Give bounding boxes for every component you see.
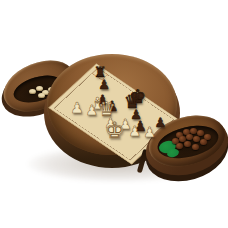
captured-white-piece[interactable] (38, 93, 45, 98)
captured-white-piece[interactable] (29, 89, 36, 94)
white-pawn[interactable]: ♟ (129, 123, 142, 137)
black-pawn[interactable]: ♟ (98, 77, 110, 90)
white-pawn[interactable]: ♟ (86, 103, 99, 117)
white-king[interactable]: ♚ (105, 120, 125, 142)
travel-chess-set-photo: ♜♚♟♛♟♟♟♟♟♟♝♛♟♟♟♟♟♚ (0, 0, 228, 228)
captured-black-piece[interactable] (186, 134, 193, 140)
captured-black-piece[interactable] (190, 128, 197, 134)
captured-black-piece[interactable] (197, 130, 204, 136)
captured-black-piece[interactable] (192, 144, 199, 150)
captured-black-piece[interactable] (200, 139, 207, 145)
captured-black-piece[interactable] (193, 136, 200, 142)
white-pawn[interactable]: ♟ (143, 125, 156, 139)
captured-black-piece[interactable] (176, 143, 183, 149)
white-pawn[interactable]: ♟ (70, 101, 83, 116)
captured-black-piece[interactable] (184, 141, 191, 147)
